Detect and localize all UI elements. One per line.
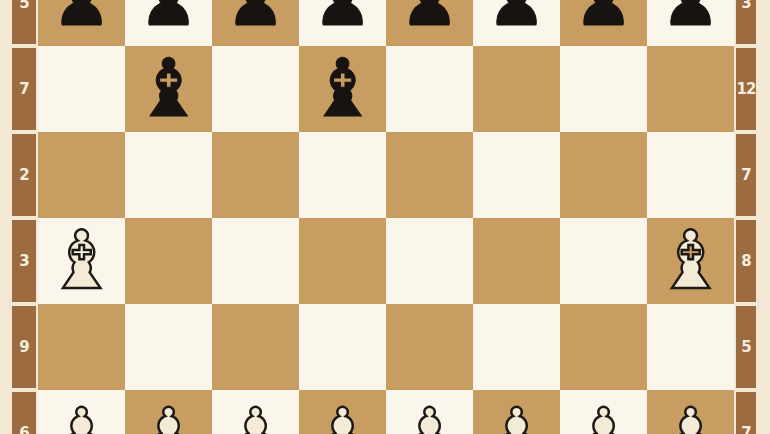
- rank-label-right-row2: 12: [734, 46, 758, 132]
- white-bishop[interactable]: ♝: [655, 221, 727, 301]
- black-bishop[interactable]: ♝: [307, 49, 379, 129]
- square-b-row4[interactable]: [125, 218, 212, 304]
- square-a-row1[interactable]: ♟: [38, 0, 125, 46]
- rank-label-right-row1: 3: [734, 0, 758, 46]
- board-outer-margin-right: [758, 304, 770, 390]
- square-d-row6[interactable]: ♟: [299, 390, 386, 434]
- board-outer-margin-left: [0, 46, 10, 132]
- black-pawn[interactable]: ♟: [487, 0, 546, 36]
- square-g-row3[interactable]: [560, 132, 647, 218]
- white-pawn[interactable]: ♟: [574, 400, 633, 434]
- square-a-row6[interactable]: ♟: [38, 390, 125, 434]
- board-outer-margin-left: [0, 390, 10, 434]
- black-pawn[interactable]: ♟: [313, 0, 372, 36]
- square-a-row5[interactable]: [38, 304, 125, 390]
- square-f-row4[interactable]: [473, 218, 560, 304]
- square-h-row6[interactable]: ♟: [647, 390, 734, 434]
- square-e-row4[interactable]: [386, 218, 473, 304]
- square-b-row6[interactable]: ♟: [125, 390, 212, 434]
- square-c-row1[interactable]: ♟: [212, 0, 299, 46]
- square-b-row5[interactable]: [125, 304, 212, 390]
- black-pawn[interactable]: ♟: [574, 0, 633, 36]
- square-b-row3[interactable]: [125, 132, 212, 218]
- square-a-row3[interactable]: [38, 132, 125, 218]
- chess-board: 5♟♟♟♟♟♟♟♟37♝♝12273♝♝8956♟♟♟♟♟♟♟♟7: [0, 0, 770, 434]
- white-bishop[interactable]: ♝: [46, 221, 118, 301]
- square-d-row3[interactable]: [299, 132, 386, 218]
- black-pawn[interactable]: ♟: [661, 0, 720, 36]
- square-g-row5[interactable]: [560, 304, 647, 390]
- square-f-row5[interactable]: [473, 304, 560, 390]
- white-pawn[interactable]: ♟: [400, 400, 459, 434]
- rank-label-left-row3: 2: [10, 132, 38, 218]
- square-f-row3[interactable]: [473, 132, 560, 218]
- square-h-row2[interactable]: [647, 46, 734, 132]
- white-pawn[interactable]: ♟: [487, 400, 546, 434]
- square-a-row4[interactable]: ♝: [38, 218, 125, 304]
- white-pawn[interactable]: ♟: [52, 400, 111, 434]
- square-h-row4[interactable]: ♝: [647, 218, 734, 304]
- board-outer-margin-left: [0, 132, 10, 218]
- square-e-row3[interactable]: [386, 132, 473, 218]
- square-c-row6[interactable]: ♟: [212, 390, 299, 434]
- board-outer-margin-left: [0, 218, 10, 304]
- square-h-row1[interactable]: ♟: [647, 0, 734, 46]
- rank-label-right-row3: 7: [734, 132, 758, 218]
- rank-label-left-row1: 5: [10, 0, 38, 46]
- square-e-row1[interactable]: ♟: [386, 0, 473, 46]
- board-outer-margin-left: [0, 0, 10, 46]
- rank-label-left-row5: 9: [10, 304, 38, 390]
- square-g-row6[interactable]: ♟: [560, 390, 647, 434]
- rank-label-right-row4: 8: [734, 218, 758, 304]
- square-d-row5[interactable]: [299, 304, 386, 390]
- board-outer-margin-right: [758, 46, 770, 132]
- square-g-row4[interactable]: [560, 218, 647, 304]
- white-pawn[interactable]: ♟: [226, 400, 285, 434]
- black-pawn[interactable]: ♟: [226, 0, 285, 36]
- square-d-row2[interactable]: ♝: [299, 46, 386, 132]
- rank-label-left-row4: 3: [10, 218, 38, 304]
- black-pawn[interactable]: ♟: [400, 0, 459, 36]
- board-outer-margin-right: [758, 218, 770, 304]
- square-a-row2[interactable]: [38, 46, 125, 132]
- square-e-row5[interactable]: [386, 304, 473, 390]
- square-g-row2[interactable]: [560, 46, 647, 132]
- square-c-row2[interactable]: [212, 46, 299, 132]
- square-h-row3[interactable]: [647, 132, 734, 218]
- square-b-row2[interactable]: ♝: [125, 46, 212, 132]
- board-outer-margin-right: [758, 132, 770, 218]
- rank-label-left-row6: 6: [10, 390, 38, 434]
- square-h-row5[interactable]: [647, 304, 734, 390]
- rank-label-left-row2: 7: [10, 46, 38, 132]
- screenshot-root: 5♟♟♟♟♟♟♟♟37♝♝12273♝♝8956♟♟♟♟♟♟♟♟7: [0, 0, 770, 434]
- square-f-row1[interactable]: ♟: [473, 0, 560, 46]
- square-e-row6[interactable]: ♟: [386, 390, 473, 434]
- board-outer-margin-right: [758, 0, 770, 46]
- square-c-row4[interactable]: [212, 218, 299, 304]
- square-g-row1[interactable]: ♟: [560, 0, 647, 46]
- board-outer-margin-left: [0, 304, 10, 390]
- square-c-row5[interactable]: [212, 304, 299, 390]
- square-f-row6[interactable]: ♟: [473, 390, 560, 434]
- black-pawn[interactable]: ♟: [52, 0, 111, 36]
- board-outer-margin-right: [758, 390, 770, 434]
- square-f-row2[interactable]: [473, 46, 560, 132]
- square-d-row4[interactable]: [299, 218, 386, 304]
- square-e-row2[interactable]: [386, 46, 473, 132]
- square-d-row1[interactable]: ♟: [299, 0, 386, 46]
- rank-label-right-row6: 7: [734, 390, 758, 434]
- square-c-row3[interactable]: [212, 132, 299, 218]
- rank-label-right-row5: 5: [734, 304, 758, 390]
- black-pawn[interactable]: ♟: [139, 0, 198, 36]
- black-bishop[interactable]: ♝: [133, 49, 205, 129]
- white-pawn[interactable]: ♟: [139, 400, 198, 434]
- white-pawn[interactable]: ♟: [661, 400, 720, 434]
- white-pawn[interactable]: ♟: [313, 400, 372, 434]
- square-b-row1[interactable]: ♟: [125, 0, 212, 46]
